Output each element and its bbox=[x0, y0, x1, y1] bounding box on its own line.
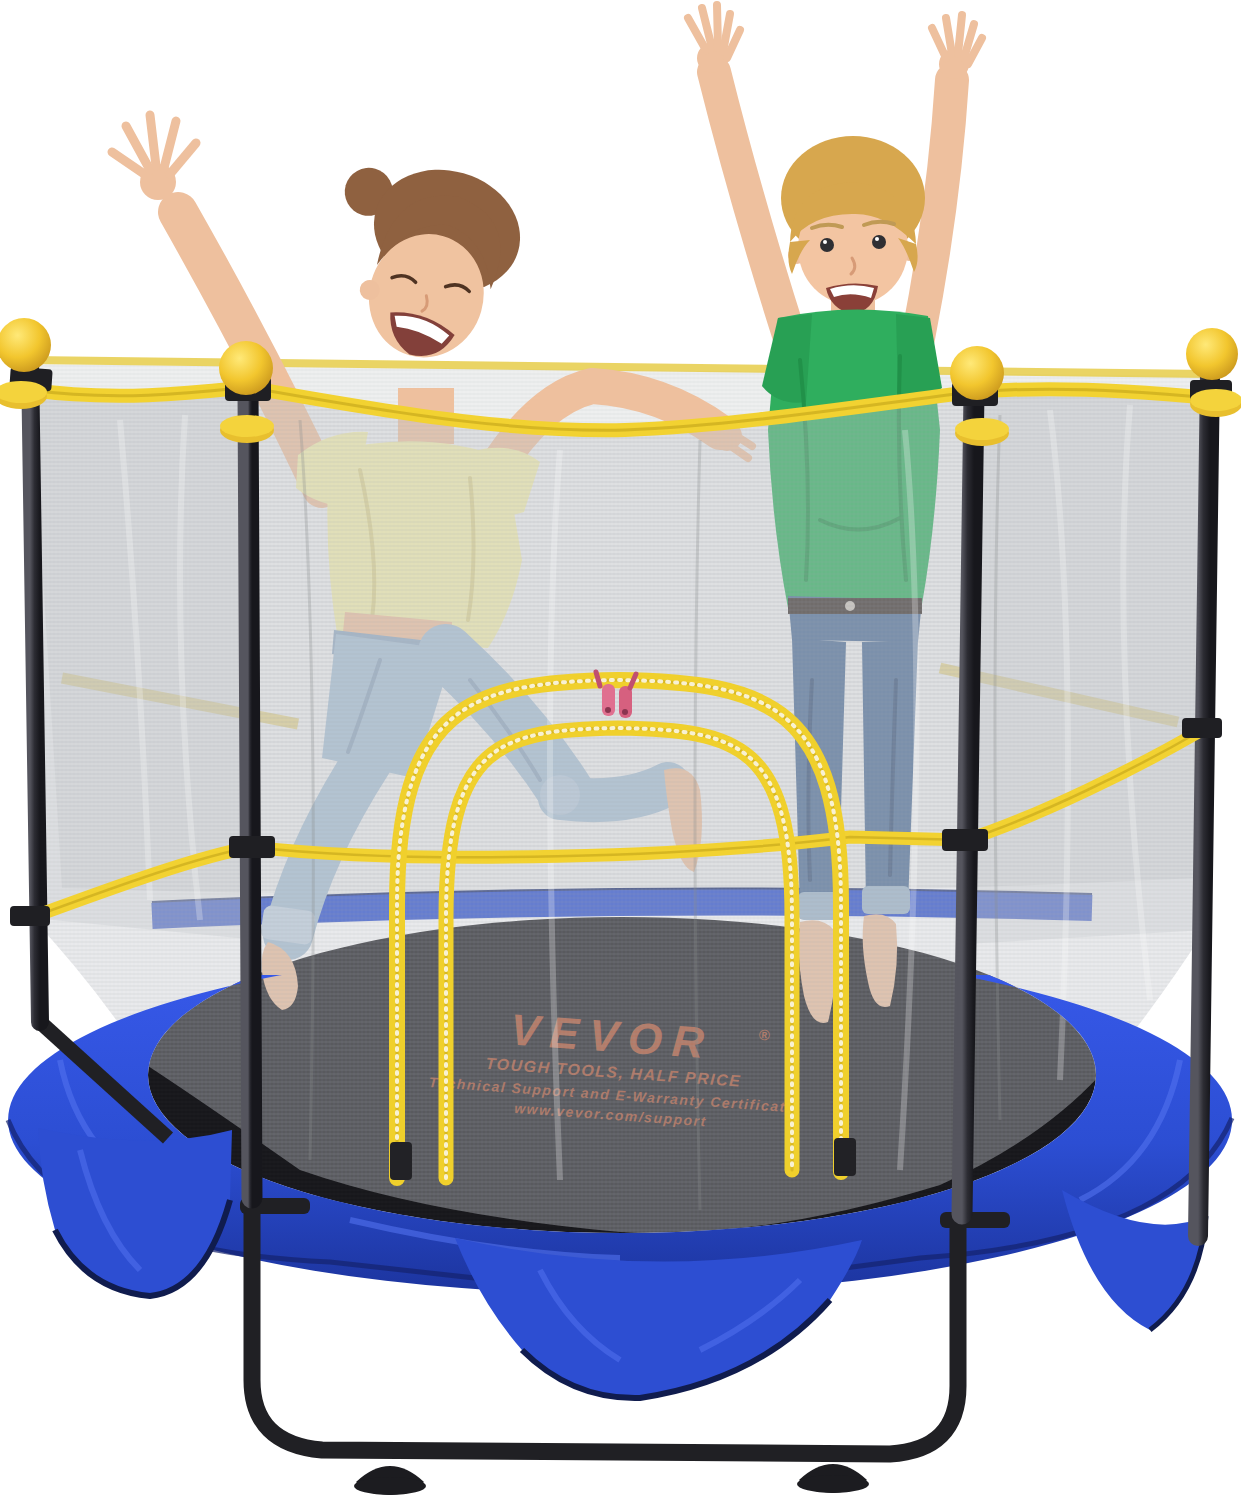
boy-head bbox=[781, 136, 925, 314]
product-photo: VEVOR ® TOUGH TOOLS, HALF PRICE Technica… bbox=[0, 0, 1241, 1500]
boy-eye bbox=[820, 238, 834, 252]
boy-right-hand bbox=[932, 15, 982, 64]
girl-left-hand bbox=[112, 115, 196, 178]
pole-cap-ball bbox=[950, 346, 1004, 400]
trampoline-scene: VEVOR ® TOUGH TOOLS, HALF PRICE Technica… bbox=[0, 0, 1241, 1500]
boy-eye bbox=[872, 235, 886, 249]
girl-head bbox=[305, 143, 534, 376]
pole-cap-ball bbox=[1186, 328, 1238, 380]
boy-left-hand bbox=[688, 5, 740, 58]
suction-foot bbox=[354, 1464, 869, 1495]
pole-cap-ball bbox=[219, 341, 273, 395]
